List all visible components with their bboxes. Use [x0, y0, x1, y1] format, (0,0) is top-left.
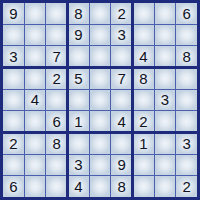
cell-r2c1[interactable]	[3, 25, 24, 46]
cell-r2c2[interactable]	[25, 25, 46, 46]
cell-r4c5[interactable]	[90, 68, 111, 89]
cell-r2c6: 3	[111, 25, 132, 46]
cell-r1c9: 6	[176, 3, 197, 24]
cell-r5c9[interactable]	[176, 90, 197, 111]
cell-r9c6: 8	[111, 176, 132, 197]
cell-r9c4: 4	[68, 176, 89, 197]
cell-r1c6: 2	[111, 3, 132, 24]
cell-r1c1: 9	[3, 3, 24, 24]
cell-r2c4: 9	[68, 25, 89, 46]
cell-r2c8[interactable]	[155, 25, 176, 46]
cell-r3c4[interactable]	[68, 46, 89, 67]
cell-r6c2[interactable]	[25, 111, 46, 132]
cell-r1c8[interactable]	[155, 3, 176, 24]
cell-r4c1[interactable]	[3, 68, 24, 89]
cell-r8c8[interactable]	[155, 155, 176, 176]
cell-r5c3[interactable]	[46, 90, 67, 111]
cell-r9c8[interactable]	[155, 176, 176, 197]
cell-r5c5[interactable]	[90, 90, 111, 111]
cell-r5c4[interactable]	[68, 90, 89, 111]
cell-r1c5[interactable]	[90, 3, 111, 24]
cell-r6c7: 2	[133, 111, 154, 132]
cell-r9c2[interactable]	[25, 176, 46, 197]
cell-r8c3[interactable]	[46, 155, 67, 176]
cell-r4c6: 7	[111, 68, 132, 89]
cell-r3c5[interactable]	[90, 46, 111, 67]
cell-r2c5[interactable]	[90, 25, 111, 46]
cell-r2c3[interactable]	[46, 25, 67, 46]
cell-r7c9: 3	[176, 133, 197, 154]
cell-r8c2[interactable]	[25, 155, 46, 176]
cell-r1c4: 8	[68, 3, 89, 24]
cell-r6c1[interactable]	[3, 111, 24, 132]
cell-r7c2[interactable]	[25, 133, 46, 154]
cell-r1c3[interactable]	[46, 3, 67, 24]
cell-r6c9[interactable]	[176, 111, 197, 132]
cell-r8c1[interactable]	[3, 155, 24, 176]
cell-r5c6[interactable]	[111, 90, 132, 111]
cell-r8c9[interactable]	[176, 155, 197, 176]
cell-r2c7[interactable]	[133, 25, 154, 46]
cell-r4c2[interactable]	[25, 68, 46, 89]
cell-r8c5[interactable]	[90, 155, 111, 176]
cell-r8c4: 3	[68, 155, 89, 176]
cell-r5c8: 3	[155, 90, 176, 111]
cell-r9c5[interactable]	[90, 176, 111, 197]
cell-r9c9: 2	[176, 176, 197, 197]
cell-r1c2[interactable]	[25, 3, 46, 24]
cell-r9c7[interactable]	[133, 176, 154, 197]
cell-r4c9[interactable]	[176, 68, 197, 89]
cell-r9c1: 6	[3, 176, 24, 197]
cell-r5c2: 4	[25, 90, 46, 111]
cell-r4c4: 5	[68, 68, 89, 89]
cell-r2c9[interactable]	[176, 25, 197, 46]
cell-r6c3: 6	[46, 111, 67, 132]
cell-r7c4[interactable]	[68, 133, 89, 154]
cell-r7c3: 8	[46, 133, 67, 154]
cell-r7c7: 1	[133, 133, 154, 154]
cell-r7c8[interactable]	[155, 133, 176, 154]
cell-r5c1[interactable]	[3, 90, 24, 111]
cell-r4c3: 2	[46, 68, 67, 89]
cell-r6c4: 1	[68, 111, 89, 132]
sudoku-board: 982693374825784361422813396482	[0, 0, 200, 200]
cell-r3c1: 3	[3, 46, 24, 67]
cell-r3c9: 8	[176, 46, 197, 67]
cell-r5c7[interactable]	[133, 90, 154, 111]
cell-r3c7: 4	[133, 46, 154, 67]
cell-r3c8[interactable]	[155, 46, 176, 67]
cell-r7c6[interactable]	[111, 133, 132, 154]
cell-r3c3: 7	[46, 46, 67, 67]
cell-r6c8[interactable]	[155, 111, 176, 132]
cell-r4c7: 8	[133, 68, 154, 89]
cell-r8c7[interactable]	[133, 155, 154, 176]
cell-r3c6[interactable]	[111, 46, 132, 67]
cell-r3c2[interactable]	[25, 46, 46, 67]
cell-r6c6: 4	[111, 111, 132, 132]
cell-r7c5[interactable]	[90, 133, 111, 154]
cell-r7c1: 2	[3, 133, 24, 154]
cell-r8c6: 9	[111, 155, 132, 176]
cell-r4c8[interactable]	[155, 68, 176, 89]
cell-r1c7[interactable]	[133, 3, 154, 24]
cell-r6c5[interactable]	[90, 111, 111, 132]
cell-r9c3[interactable]	[46, 176, 67, 197]
